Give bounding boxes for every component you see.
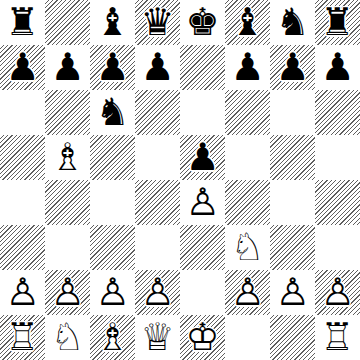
piece-glyph: ♕ [135,315,180,360]
white-pawn-piece[interactable]: ♟♙ [45,270,90,315]
piece-glyph: ♙ [90,270,135,315]
black-bishop-piece[interactable]: ♝♝ [90,0,135,45]
piece-glyph: ♗ [90,315,135,360]
square-c3[interactable] [90,225,135,270]
black-pawn-piece[interactable]: ♟♟ [315,45,360,90]
square-d2[interactable]: ♟♙ [135,270,180,315]
square-a4[interactable] [0,180,45,225]
square-d4[interactable] [135,180,180,225]
piece-glyph: ♟ [0,45,45,90]
piece-glyph: ♝ [225,0,270,45]
white-pawn-piece[interactable]: ♟♙ [315,270,360,315]
square-e6[interactable] [180,90,225,135]
square-c8[interactable]: ♝♝ [90,0,135,45]
square-h8[interactable]: ♜♜ [315,0,360,45]
square-a1[interactable]: ♜♖ [0,315,45,360]
piece-glyph: ♙ [135,270,180,315]
black-pawn-piece[interactable]: ♟♟ [135,45,180,90]
square-d7[interactable]: ♟♟ [135,45,180,90]
square-c4[interactable] [90,180,135,225]
square-a5[interactable] [0,135,45,180]
square-f7[interactable]: ♟♟ [225,45,270,90]
square-d5[interactable] [135,135,180,180]
piece-glyph: ♘ [225,225,270,270]
square-b7[interactable]: ♟♟ [45,45,90,90]
square-e4[interactable]: ♟♙ [180,180,225,225]
piece-glyph: ♖ [315,315,360,360]
piece-glyph: ♝ [90,0,135,45]
white-pawn-piece[interactable]: ♟♙ [90,270,135,315]
square-e8[interactable]: ♚♚ [180,0,225,45]
square-b3[interactable] [45,225,90,270]
square-c6[interactable]: ♞♞ [90,90,135,135]
piece-glyph: ♙ [180,180,225,225]
piece-glyph: ♜ [0,0,45,45]
white-pawn-piece[interactable]: ♟♙ [135,270,180,315]
white-bishop-piece[interactable]: ♝♗ [90,315,135,360]
square-g7[interactable]: ♟♟ [270,45,315,90]
square-a2[interactable]: ♟♙ [0,270,45,315]
black-pawn-piece[interactable]: ♟♟ [90,45,135,90]
square-h2[interactable]: ♟♙ [315,270,360,315]
piece-glyph: ♛ [135,0,180,45]
square-f3[interactable]: ♞♘ [225,225,270,270]
piece-glyph: ♖ [0,315,45,360]
square-d1[interactable]: ♛♕ [135,315,180,360]
square-e2[interactable] [180,270,225,315]
square-g1[interactable] [270,315,315,360]
square-g4[interactable] [270,180,315,225]
piece-glyph: ♞ [90,90,135,135]
square-c2[interactable]: ♟♙ [90,270,135,315]
black-bishop-piece[interactable]: ♝♝ [225,0,270,45]
square-h4[interactable] [315,180,360,225]
black-pawn-piece[interactable]: ♟♟ [225,45,270,90]
square-f1[interactable] [225,315,270,360]
black-pawn-piece[interactable]: ♟♟ [45,45,90,90]
square-a6[interactable] [0,90,45,135]
square-h6[interactable] [315,90,360,135]
piece-glyph: ♗ [45,135,90,180]
square-f8[interactable]: ♝♝ [225,0,270,45]
square-b4[interactable] [45,180,90,225]
black-king-piece[interactable]: ♚♚ [180,0,225,45]
piece-glyph: ♔ [180,315,225,360]
square-e7[interactable] [180,45,225,90]
black-rook-piece[interactable]: ♜♜ [315,0,360,45]
square-a8[interactable]: ♜♜ [0,0,45,45]
black-queen-piece[interactable]: ♛♛ [135,0,180,45]
square-a7[interactable]: ♟♟ [0,45,45,90]
black-pawn-piece[interactable]: ♟♟ [180,135,225,180]
square-h7[interactable]: ♟♟ [315,45,360,90]
piece-glyph: ♟ [45,45,90,90]
piece-glyph: ♙ [270,270,315,315]
white-pawn-piece[interactable]: ♟♙ [180,180,225,225]
white-rook-piece[interactable]: ♜♖ [0,315,45,360]
square-b6[interactable] [45,90,90,135]
piece-glyph: ♜ [315,0,360,45]
white-queen-piece[interactable]: ♛♕ [135,315,180,360]
square-b5[interactable]: ♝♗ [45,135,90,180]
square-c7[interactable]: ♟♟ [90,45,135,90]
white-bishop-piece[interactable]: ♝♗ [45,135,90,180]
white-knight-piece[interactable]: ♞♘ [225,225,270,270]
white-king-piece[interactable]: ♚♔ [180,315,225,360]
white-pawn-piece[interactable]: ♟♙ [0,270,45,315]
square-g6[interactable] [270,90,315,135]
piece-glyph: ♙ [45,270,90,315]
square-h3[interactable] [315,225,360,270]
piece-glyph: ♟ [90,45,135,90]
square-g2[interactable]: ♟♙ [270,270,315,315]
square-b1[interactable]: ♞♘ [45,315,90,360]
square-e5[interactable]: ♟♟ [180,135,225,180]
square-d6[interactable] [135,90,180,135]
square-f6[interactable] [225,90,270,135]
square-c5[interactable] [90,135,135,180]
piece-glyph: ♞ [270,0,315,45]
square-f5[interactable] [225,135,270,180]
piece-glyph: ♟ [180,135,225,180]
piece-glyph: ♙ [0,270,45,315]
square-e1[interactable]: ♚♔ [180,315,225,360]
square-c1[interactable]: ♝♗ [90,315,135,360]
square-a3[interactable] [0,225,45,270]
piece-glyph: ♘ [45,315,90,360]
square-b8[interactable] [45,0,90,45]
piece-glyph: ♚ [180,0,225,45]
white-rook-piece[interactable]: ♜♖ [315,315,360,360]
black-pawn-piece[interactable]: ♟♟ [0,45,45,90]
piece-glyph: ♙ [315,270,360,315]
piece-glyph: ♟ [135,45,180,90]
square-g5[interactable] [270,135,315,180]
black-rook-piece[interactable]: ♜♜ [0,0,45,45]
piece-glyph: ♟ [225,45,270,90]
square-h1[interactable]: ♜♖ [315,315,360,360]
white-pawn-piece[interactable]: ♟♙ [270,270,315,315]
square-f4[interactable] [225,180,270,225]
piece-glyph: ♙ [225,270,270,315]
black-pawn-piece[interactable]: ♟♟ [270,45,315,90]
square-b2[interactable]: ♟♙ [45,270,90,315]
square-e3[interactable] [180,225,225,270]
square-g8[interactable]: ♞♞ [270,0,315,45]
square-h5[interactable] [315,135,360,180]
square-d3[interactable] [135,225,180,270]
piece-glyph: ♟ [270,45,315,90]
black-knight-piece[interactable]: ♞♞ [270,0,315,45]
square-f2[interactable]: ♟♙ [225,270,270,315]
square-g3[interactable] [270,225,315,270]
piece-glyph: ♟ [315,45,360,90]
square-d8[interactable]: ♛♛ [135,0,180,45]
chess-board: ♜♜♝♝♛♛♚♚♝♝♞♞♜♜♟♟♟♟♟♟♟♟♟♟♟♟♟♟♞♞♝♗♟♟♟♙♞♘♟♙… [0,0,360,360]
black-knight-piece[interactable]: ♞♞ [90,90,135,135]
white-knight-piece[interactable]: ♞♘ [45,315,90,360]
white-pawn-piece[interactable]: ♟♙ [225,270,270,315]
